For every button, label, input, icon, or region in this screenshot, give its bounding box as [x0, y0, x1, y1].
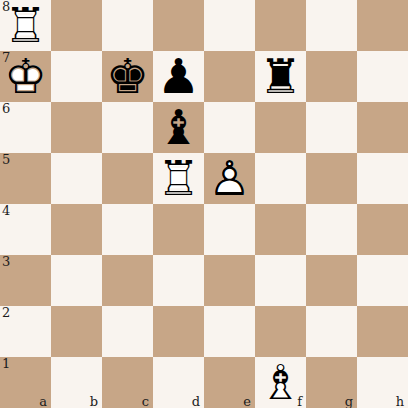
square-g2[interactable]: [306, 306, 357, 357]
square-d3[interactable]: [153, 255, 204, 306]
file-label-g: g: [345, 395, 353, 408]
white-bishop-icon: ♗: [255, 357, 306, 408]
piece-white-rook[interactable]: ♜♖: [0, 0, 51, 51]
square-b6[interactable]: [51, 102, 102, 153]
square-d2[interactable]: [153, 306, 204, 357]
piece-white-rook[interactable]: ♜♖: [153, 153, 204, 204]
square-g5[interactable]: [306, 153, 357, 204]
square-b4[interactable]: [51, 204, 102, 255]
square-h2[interactable]: [357, 306, 408, 357]
white-rook-icon: ♖: [0, 0, 51, 51]
square-g8[interactable]: [306, 0, 357, 51]
square-h7[interactable]: [357, 51, 408, 102]
square-a1[interactable]: 1a: [0, 357, 51, 408]
square-c2[interactable]: [102, 306, 153, 357]
square-a7[interactable]: 7♚♔: [0, 51, 51, 102]
square-e5[interactable]: ♟♙: [204, 153, 255, 204]
square-b5[interactable]: [51, 153, 102, 204]
square-a4[interactable]: 4: [0, 204, 51, 255]
square-b8[interactable]: [51, 0, 102, 51]
black-bishop-icon: ♝: [153, 102, 204, 153]
square-e7[interactable]: [204, 51, 255, 102]
white-king-icon: ♔: [0, 51, 51, 102]
square-f1[interactable]: f♝♗: [255, 357, 306, 408]
white-pawn-icon: ♙: [204, 153, 255, 204]
square-g3[interactable]: [306, 255, 357, 306]
rank-label-1: 1: [2, 357, 10, 371]
file-label-a: a: [39, 395, 47, 408]
square-c5[interactable]: [102, 153, 153, 204]
square-h5[interactable]: [357, 153, 408, 204]
black-pawn-icon: ♟: [153, 51, 204, 102]
rank-label-6: 6: [2, 102, 10, 116]
square-a6[interactable]: 6: [0, 102, 51, 153]
square-h1[interactable]: h: [357, 357, 408, 408]
square-c8[interactable]: [102, 0, 153, 51]
file-label-e: e: [243, 395, 251, 408]
piece-black-pawn[interactable]: ♟: [153, 51, 204, 102]
piece-black-bishop[interactable]: ♝: [153, 102, 204, 153]
square-c6[interactable]: [102, 102, 153, 153]
rank-label-3: 3: [2, 255, 10, 269]
square-e1[interactable]: e: [204, 357, 255, 408]
black-king-icon: ♚: [102, 51, 153, 102]
file-label-b: b: [90, 395, 98, 408]
rank-label-2: 2: [2, 306, 10, 320]
square-g7[interactable]: [306, 51, 357, 102]
square-f4[interactable]: [255, 204, 306, 255]
square-f6[interactable]: [255, 102, 306, 153]
square-a5[interactable]: 5: [0, 153, 51, 204]
square-c3[interactable]: [102, 255, 153, 306]
square-c4[interactable]: [102, 204, 153, 255]
square-d6[interactable]: ♝: [153, 102, 204, 153]
square-a8[interactable]: 8♜♖: [0, 0, 51, 51]
square-c1[interactable]: c: [102, 357, 153, 408]
file-label-d: d: [192, 395, 200, 408]
file-label-c: c: [142, 395, 149, 408]
white-rook-icon: ♖: [153, 153, 204, 204]
square-d8[interactable]: [153, 0, 204, 51]
square-e3[interactable]: [204, 255, 255, 306]
square-g1[interactable]: g: [306, 357, 357, 408]
piece-black-king[interactable]: ♚: [102, 51, 153, 102]
piece-black-rook[interactable]: ♜: [255, 51, 306, 102]
square-e4[interactable]: [204, 204, 255, 255]
piece-white-bishop[interactable]: ♝♗: [255, 357, 306, 408]
square-h6[interactable]: [357, 102, 408, 153]
square-h8[interactable]: [357, 0, 408, 51]
chess-board: 8♜♖7♚♔♚♟♜6♝5♜♖♟♙4321abcdef♝♗gh: [0, 0, 408, 408]
square-d1[interactable]: d: [153, 357, 204, 408]
rank-label-5: 5: [2, 153, 10, 167]
square-b1[interactable]: b: [51, 357, 102, 408]
black-rook-icon: ♜: [255, 51, 306, 102]
square-h3[interactable]: [357, 255, 408, 306]
square-f7[interactable]: ♜: [255, 51, 306, 102]
square-c7[interactable]: ♚: [102, 51, 153, 102]
square-g6[interactable]: [306, 102, 357, 153]
square-d4[interactable]: [153, 204, 204, 255]
square-f3[interactable]: [255, 255, 306, 306]
square-b2[interactable]: [51, 306, 102, 357]
square-h4[interactable]: [357, 204, 408, 255]
square-g4[interactable]: [306, 204, 357, 255]
square-a2[interactable]: 2: [0, 306, 51, 357]
piece-white-pawn[interactable]: ♟♙: [204, 153, 255, 204]
square-d7[interactable]: ♟: [153, 51, 204, 102]
square-f8[interactable]: [255, 0, 306, 51]
square-e2[interactable]: [204, 306, 255, 357]
square-a3[interactable]: 3: [0, 255, 51, 306]
piece-white-king[interactable]: ♚♔: [0, 51, 51, 102]
square-f2[interactable]: [255, 306, 306, 357]
square-b7[interactable]: [51, 51, 102, 102]
square-d5[interactable]: ♜♖: [153, 153, 204, 204]
square-b3[interactable]: [51, 255, 102, 306]
file-label-h: h: [396, 395, 404, 408]
square-f5[interactable]: [255, 153, 306, 204]
square-e8[interactable]: [204, 0, 255, 51]
square-e6[interactable]: [204, 102, 255, 153]
rank-label-4: 4: [2, 204, 10, 218]
